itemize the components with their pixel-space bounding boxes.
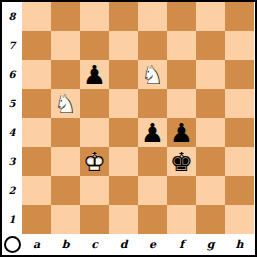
square-d5[interactable]	[109, 89, 138, 118]
piece-glyph-outline: ♘	[51, 89, 80, 118]
rank-label-8: 8	[2, 2, 22, 31]
rank-label-2: 2	[2, 176, 22, 205]
square-c4[interactable]	[80, 118, 109, 147]
square-c1[interactable]	[80, 205, 109, 234]
rank-label-1: 1	[2, 205, 22, 234]
square-f3[interactable]: ♚	[167, 147, 196, 176]
square-g6[interactable]	[196, 60, 225, 89]
piece-glyph-outline: ♘	[138, 60, 167, 89]
square-d8[interactable]	[109, 2, 138, 31]
square-b2[interactable]	[51, 176, 80, 205]
black-pawn[interactable]: ♟	[167, 118, 196, 147]
square-d4[interactable]	[109, 118, 138, 147]
square-h8[interactable]	[225, 2, 254, 31]
square-e2[interactable]	[138, 176, 167, 205]
square-h2[interactable]	[225, 176, 254, 205]
white-knight[interactable]: ♞♘	[51, 89, 80, 118]
piece-glyph-outline: ♔	[80, 147, 109, 176]
square-d2[interactable]	[109, 176, 138, 205]
rank-label-6: 6	[2, 60, 22, 89]
square-f4[interactable]: ♟	[167, 118, 196, 147]
square-c6[interactable]: ♟	[80, 60, 109, 89]
square-g4[interactable]	[196, 118, 225, 147]
square-g1[interactable]	[196, 205, 225, 234]
square-g7[interactable]	[196, 31, 225, 60]
square-h6[interactable]	[225, 60, 254, 89]
piece-glyph: ♟	[167, 118, 196, 147]
rank-labels: 8 7 6 5 4 3 2 1	[2, 2, 22, 234]
square-f7[interactable]	[167, 31, 196, 60]
file-label-b: b	[51, 234, 80, 255]
square-d7[interactable]	[109, 31, 138, 60]
square-b6[interactable]	[51, 60, 80, 89]
square-c2[interactable]	[80, 176, 109, 205]
square-e7[interactable]	[138, 31, 167, 60]
square-h5[interactable]	[225, 89, 254, 118]
chess-board: ♟♞♘♞♘♟♟♚♔♚	[22, 2, 254, 234]
file-label-a: a	[22, 234, 51, 255]
square-g5[interactable]	[196, 89, 225, 118]
square-e4[interactable]: ♟	[138, 118, 167, 147]
square-c3[interactable]: ♚♔	[80, 147, 109, 176]
square-a2[interactable]	[22, 176, 51, 205]
square-e1[interactable]	[138, 205, 167, 234]
square-a5[interactable]	[22, 89, 51, 118]
black-king[interactable]: ♚	[167, 147, 196, 176]
square-e3[interactable]	[138, 147, 167, 176]
square-f6[interactable]	[167, 60, 196, 89]
piece-glyph: ♟	[138, 118, 167, 147]
square-c8[interactable]	[80, 2, 109, 31]
square-a1[interactable]	[22, 205, 51, 234]
piece-glyph: ♚	[167, 147, 196, 176]
file-label-d: d	[109, 234, 138, 255]
square-f2[interactable]	[167, 176, 196, 205]
square-a6[interactable]	[22, 60, 51, 89]
square-a8[interactable]	[22, 2, 51, 31]
rank-label-4: 4	[2, 118, 22, 147]
square-e6[interactable]: ♞♘	[138, 60, 167, 89]
square-h7[interactable]	[225, 31, 254, 60]
square-b8[interactable]	[51, 2, 80, 31]
turn-indicator	[2, 234, 22, 255]
white-king[interactable]: ♚♔	[80, 147, 109, 176]
black-pawn[interactable]: ♟	[138, 118, 167, 147]
file-labels: a b c d e f g h	[22, 234, 254, 255]
square-g8[interactable]	[196, 2, 225, 31]
square-f8[interactable]	[167, 2, 196, 31]
square-b1[interactable]	[51, 205, 80, 234]
white-to-move-circle	[4, 236, 21, 253]
piece-glyph: ♟	[80, 60, 109, 89]
square-b5[interactable]: ♞♘	[51, 89, 80, 118]
square-d3[interactable]	[109, 147, 138, 176]
file-label-f: f	[167, 234, 196, 255]
square-g3[interactable]	[196, 147, 225, 176]
square-e8[interactable]	[138, 2, 167, 31]
square-e5[interactable]	[138, 89, 167, 118]
square-h4[interactable]	[225, 118, 254, 147]
square-c5[interactable]	[80, 89, 109, 118]
square-f5[interactable]	[167, 89, 196, 118]
file-label-e: e	[138, 234, 167, 255]
square-h1[interactable]	[225, 205, 254, 234]
square-a4[interactable]	[22, 118, 51, 147]
square-f1[interactable]	[167, 205, 196, 234]
square-g2[interactable]	[196, 176, 225, 205]
square-b4[interactable]	[51, 118, 80, 147]
square-b3[interactable]	[51, 147, 80, 176]
file-label-h: h	[225, 234, 254, 255]
rank-label-3: 3	[2, 147, 22, 176]
square-a3[interactable]	[22, 147, 51, 176]
square-d1[interactable]	[109, 205, 138, 234]
square-d6[interactable]	[109, 60, 138, 89]
white-knight[interactable]: ♞♘	[138, 60, 167, 89]
file-label-c: c	[80, 234, 109, 255]
black-pawn[interactable]: ♟	[80, 60, 109, 89]
chess-diagram: 8 7 6 5 4 3 2 1 ♟♞♘♞♘♟♟♚♔♚ a b c d e f g…	[0, 0, 257, 257]
rank-label-5: 5	[2, 89, 22, 118]
square-h3[interactable]	[225, 147, 254, 176]
square-b7[interactable]	[51, 31, 80, 60]
rank-label-7: 7	[2, 31, 22, 60]
file-label-g: g	[196, 234, 225, 255]
square-a7[interactable]	[22, 31, 51, 60]
square-c7[interactable]	[80, 31, 109, 60]
